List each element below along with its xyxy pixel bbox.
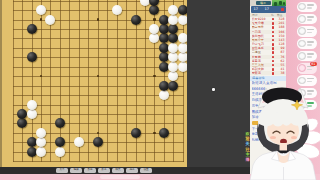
gift-icon — [272, 18, 274, 20]
toolbar-button[interactable]: 聊天 — [112, 168, 124, 173]
blush-left — [270, 136, 276, 139]
grid-line-v — [126, 0, 127, 162]
toolbar-button[interactable]: 形势 — [84, 168, 96, 173]
white-stone — [168, 15, 178, 25]
black-stone — [93, 137, 103, 147]
black-stone — [55, 118, 65, 128]
gift-icon — [272, 60, 274, 62]
gift-icon — [272, 31, 274, 33]
black-stone — [159, 128, 169, 138]
grid-line-h — [13, 123, 184, 124]
app-background — [187, 0, 250, 167]
black-timer: 17 — [254, 6, 259, 13]
white-stone — [168, 5, 178, 15]
star-point — [153, 18, 155, 20]
white-stone — [178, 52, 187, 62]
white-stone — [168, 52, 178, 62]
star-point — [97, 132, 99, 134]
gift-button-点赞[interactable] — [297, 26, 317, 37]
badge-count: 61 — [310, 62, 316, 66]
gift-button-icon — [298, 15, 306, 23]
game-info-bar: 17 17 — [251, 6, 286, 13]
white-stone — [112, 5, 122, 15]
black-stone — [168, 81, 178, 91]
stream-thumbnail — [272, 0, 287, 6]
black-stone — [27, 24, 37, 34]
gift-button-icon — [298, 77, 306, 85]
gift-icon — [272, 64, 274, 66]
game-toolbar: 菜单悔棋形势数子聊天投子设置 — [0, 167, 250, 174]
gift-icon — [272, 39, 274, 41]
white-stone — [55, 147, 65, 157]
white-stone — [168, 62, 178, 72]
vtuber-avatar — [244, 86, 320, 180]
grid-line-h — [13, 114, 184, 115]
white-stone — [178, 33, 187, 43]
gift-button-福袋[interactable] — [297, 75, 317, 86]
toolbar-button[interactable]: 菜单 — [56, 168, 68, 173]
gift-button-icon — [298, 64, 306, 72]
star-point — [40, 18, 42, 20]
gift-button-守护[interactable] — [297, 51, 317, 62]
black-stone — [149, 0, 159, 6]
toolbar-button[interactable]: 投子 — [126, 168, 138, 173]
gift-icon — [272, 35, 274, 37]
grid-line-v — [88, 0, 89, 162]
white-stone — [149, 33, 159, 43]
gift-icon — [272, 56, 274, 58]
white-stone — [149, 24, 159, 34]
white-stone — [36, 128, 46, 138]
gift-icon — [272, 68, 274, 70]
toolbar-button[interactable]: 悔棋 — [70, 168, 82, 173]
white-stone — [159, 90, 169, 100]
white-stone — [178, 15, 187, 25]
grid-line-v — [145, 0, 146, 162]
gift-icon — [272, 72, 274, 74]
gift-button-分享[interactable] — [297, 38, 317, 49]
grid-line-h — [13, 161, 184, 162]
star-point — [153, 132, 155, 134]
gift-button-关注[interactable] — [297, 2, 317, 13]
gift-button-icon — [298, 3, 306, 11]
white-stone — [168, 71, 178, 81]
blush-right — [291, 136, 297, 139]
white-stone — [36, 137, 46, 147]
white-stone — [27, 100, 37, 110]
status-chip — [281, 8, 284, 11]
white-stone — [27, 109, 37, 119]
grid-line-v — [22, 0, 23, 162]
white-stone — [178, 43, 187, 53]
black-stone — [17, 109, 27, 119]
toolbar-button[interactable]: 设置 — [140, 168, 152, 173]
white-stone — [74, 137, 84, 147]
white-stone — [36, 147, 46, 157]
white-stone — [168, 43, 178, 53]
gift-button-icon — [298, 27, 306, 35]
gift-button-红包[interactable]: 61 — [297, 63, 317, 74]
gift-icon — [272, 22, 274, 24]
black-stone — [17, 118, 27, 128]
gift-rank-list: 棋友9210328飞天小猫201黑白无常188一刀流166快乐围棋150天元小子… — [250, 17, 286, 75]
gift-icon — [272, 26, 274, 28]
star-point — [97, 18, 99, 20]
stream-screenshot: 菜单悔棋形势数子聊天投子设置 欢迎关注主播 播放 17 17 用户 礼 数量 棋… — [0, 0, 320, 180]
black-stone — [131, 128, 141, 138]
gift-icon — [272, 43, 274, 45]
black-stone — [168, 24, 178, 34]
gift-button-icon — [298, 52, 306, 60]
black-stone — [55, 137, 65, 147]
mouse-cursor — [212, 88, 215, 91]
gift-button-礼物[interactable] — [297, 14, 317, 25]
board-left-edge — [0, 0, 2, 167]
white-stone — [45, 15, 55, 25]
chat-section-header: 弹幕评论 — [250, 76, 286, 81]
gift-icon — [272, 47, 274, 49]
bottom-decoration — [100, 175, 140, 179]
playback-tab-button[interactable]: 播放 — [256, 1, 271, 6]
white-stone — [178, 62, 187, 72]
white-stone — [36, 5, 46, 15]
grid-line-h — [13, 105, 184, 106]
grid-line-v — [107, 0, 108, 162]
black-stone — [168, 33, 178, 43]
toolbar-button[interactable]: 数子 — [98, 168, 110, 173]
grid-line-v — [69, 0, 70, 162]
gift-icon — [272, 51, 274, 53]
black-stone — [178, 5, 187, 15]
black-stone — [131, 15, 141, 25]
black-stone — [27, 52, 37, 62]
black-stone — [149, 5, 159, 15]
gift-button-icon — [298, 40, 306, 48]
white-timer: 17 — [265, 6, 270, 13]
grid-line-v — [13, 0, 14, 162]
grid-line-v — [117, 0, 118, 162]
go-board[interactable] — [0, 0, 187, 167]
